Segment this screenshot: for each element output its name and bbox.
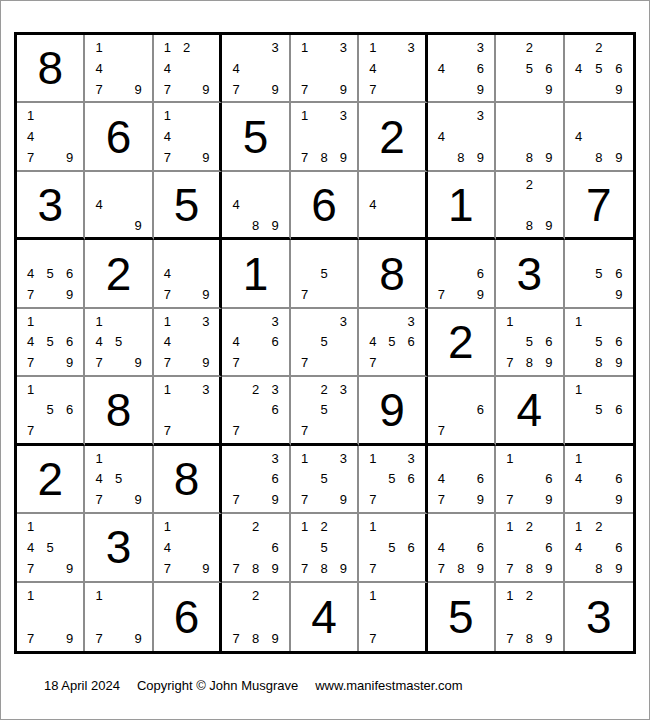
pencil-marks: 1479	[158, 105, 215, 167]
candidate-3: 3	[340, 41, 347, 54]
cell-r8c3[interactable]: 1479	[154, 514, 222, 582]
pencil-marks: 145679	[21, 311, 79, 373]
cell-r4c2[interactable]: 2	[85, 240, 153, 308]
candidate-9: 9	[545, 151, 552, 164]
pencil-marks: 1679	[500, 448, 558, 510]
footer-website: www.manifestmaster.com	[315, 678, 462, 693]
candidate-9: 9	[545, 83, 552, 96]
candidate-7: 7	[232, 356, 239, 369]
candidate-2: 2	[252, 520, 259, 533]
cell-r3c3[interactable]: 5	[154, 172, 222, 240]
cell-r4c6[interactable]: 8	[359, 240, 427, 308]
candidate-9: 9	[477, 83, 484, 96]
cell-r6c8[interactable]: 4	[496, 377, 564, 445]
cell-r9c1[interactable]: 179	[17, 583, 85, 651]
cell-r7c3[interactable]: 8	[154, 446, 222, 514]
candidate-9: 9	[477, 151, 484, 164]
candidate-7: 7	[27, 424, 34, 437]
cell-r8c4[interactable]: 26789	[222, 514, 290, 582]
cell-r2c8[interactable]: 89	[496, 103, 564, 171]
cell-r3c8[interactable]: 289	[496, 172, 564, 240]
pencil-marks: 14579	[89, 311, 147, 373]
candidate-4: 4	[164, 335, 171, 348]
cell-r5c3[interactable]: 13479	[154, 309, 222, 377]
candidate-4: 4	[27, 541, 34, 554]
candidate-6: 6	[615, 267, 622, 280]
candidate-1: 1	[506, 315, 513, 328]
candidate-2: 2	[320, 520, 327, 533]
candidate-7: 7	[369, 83, 376, 96]
cell-r5c8[interactable]: 156789	[496, 309, 564, 377]
candidate-8: 8	[595, 562, 602, 575]
candidate-3: 3	[202, 315, 209, 328]
candidate-9: 9	[66, 288, 73, 301]
candidate-4: 4	[27, 130, 34, 143]
cell-value: 4	[291, 583, 357, 651]
candidate-4: 4	[575, 472, 582, 485]
pencil-marks: 126789	[500, 516, 558, 578]
cell-r6c1[interactable]: 1567	[17, 377, 85, 445]
candidate-9: 9	[135, 356, 142, 369]
candidate-6: 6	[477, 541, 484, 554]
candidate-6: 6	[477, 472, 484, 485]
pencil-marks: 357	[295, 311, 353, 373]
cell-r9c8[interactable]: 12789	[496, 583, 564, 651]
candidate-2: 2	[252, 589, 259, 602]
candidate-9: 9	[545, 632, 552, 645]
candidate-6: 6	[66, 403, 73, 416]
cell-value: 2	[428, 309, 494, 375]
cell-r4c9[interactable]: 569	[565, 240, 633, 308]
candidate-5: 5	[115, 335, 122, 348]
pencil-marks: 89	[500, 105, 558, 167]
cell-r9c5[interactable]: 4	[291, 583, 359, 651]
cell-r9c2[interactable]: 179	[85, 583, 153, 651]
cell-r2c4[interactable]: 5	[222, 103, 290, 171]
candidate-7: 7	[232, 83, 239, 96]
pencil-marks: 156789	[500, 311, 558, 373]
cell-value: 4	[496, 377, 562, 442]
candidate-4: 4	[96, 335, 103, 348]
candidate-8: 8	[252, 562, 259, 575]
cell-r3c9[interactable]: 7	[565, 172, 633, 240]
candidate-7: 7	[27, 151, 34, 164]
cell-r9c6[interactable]: 17	[359, 583, 427, 651]
candidate-9: 9	[271, 562, 278, 575]
pencil-marks: 3679	[226, 448, 284, 510]
candidate-4: 4	[164, 267, 171, 280]
candidate-1: 1	[575, 520, 582, 533]
candidate-3: 3	[340, 452, 347, 465]
candidate-1: 1	[96, 589, 103, 602]
cell-r2c5[interactable]: 13789	[291, 103, 359, 171]
candidate-1: 1	[575, 452, 582, 465]
cell-r4c8[interactable]: 3	[496, 240, 564, 308]
pencil-marks: 26789	[226, 516, 284, 578]
pencil-marks: 2367	[226, 379, 284, 440]
cell-r1c7[interactable]: 3469	[428, 35, 496, 103]
cell-value: 3	[565, 583, 633, 651]
cell-r4c5[interactable]: 57	[291, 240, 359, 308]
candidate-4: 4	[438, 472, 445, 485]
candidate-5: 5	[388, 472, 395, 485]
cell-value: 5	[428, 583, 494, 651]
candidate-7: 7	[27, 356, 34, 369]
candidate-3: 3	[407, 41, 414, 54]
candidate-9: 9	[477, 493, 484, 506]
candidate-8: 8	[526, 356, 533, 369]
cell-r7c5[interactable]: 13579	[291, 446, 359, 514]
pencil-marks: 12789	[500, 585, 558, 649]
candidate-4: 4	[164, 62, 171, 75]
candidate-8: 8	[526, 219, 533, 232]
candidate-9: 9	[66, 632, 73, 645]
candidate-3: 3	[202, 383, 209, 396]
pencil-marks: 1469	[569, 448, 629, 510]
candidate-4: 4	[232, 198, 239, 211]
cell-r8c2[interactable]: 3	[85, 514, 153, 582]
candidate-9: 9	[545, 562, 552, 575]
pencil-marks: 34567	[363, 311, 420, 373]
candidate-6: 6	[477, 403, 484, 416]
candidate-5: 5	[388, 335, 395, 348]
cell-r3c5[interactable]: 6	[291, 172, 359, 240]
cell-value: 5	[154, 172, 219, 237]
candidate-8: 8	[595, 356, 602, 369]
cell-r9c7[interactable]: 5	[428, 583, 496, 651]
candidate-7: 7	[301, 493, 308, 506]
candidate-9: 9	[477, 562, 484, 575]
cell-r6c9[interactable]: 156	[565, 377, 633, 445]
pencil-marks: 125789	[295, 516, 353, 578]
cell-value: 2	[85, 240, 151, 306]
cell-r6c5[interactable]: 2357	[291, 377, 359, 445]
cell-r3c4[interactable]: 489	[222, 172, 290, 240]
cell-r8c1[interactable]: 14579	[17, 514, 85, 582]
pencil-marks: 14579	[21, 516, 79, 578]
pencil-marks: 179	[21, 585, 79, 649]
candidate-6: 6	[545, 62, 552, 75]
cell-r3c6[interactable]: 4	[359, 172, 427, 240]
cell-r7c2[interactable]: 14579	[85, 446, 153, 514]
candidate-7: 7	[301, 424, 308, 437]
candidate-9: 9	[340, 493, 347, 506]
candidate-5: 5	[47, 541, 54, 554]
cell-r5c6[interactable]: 34567	[359, 309, 427, 377]
cell-value: 5	[222, 103, 288, 169]
candidate-8: 8	[457, 562, 464, 575]
candidate-5: 5	[47, 403, 54, 416]
cell-value: 8	[359, 240, 424, 306]
candidate-4: 4	[96, 198, 103, 211]
candidate-4: 4	[369, 198, 376, 211]
candidate-5: 5	[526, 335, 533, 348]
pencil-marks: 3467	[226, 311, 284, 373]
candidate-7: 7	[301, 288, 308, 301]
cell-r4c7[interactable]: 679	[428, 240, 496, 308]
cell-value: 7	[565, 172, 633, 237]
candidate-4: 4	[575, 541, 582, 554]
candidate-5: 5	[526, 62, 533, 75]
candidate-4: 4	[438, 541, 445, 554]
cell-r7c4[interactable]: 3679	[222, 446, 290, 514]
cell-value: 8	[154, 446, 219, 512]
candidate-6: 6	[271, 541, 278, 554]
pencil-marks: 3489	[432, 105, 490, 167]
cell-r7c9[interactable]: 1469	[565, 446, 633, 514]
cell-r6c2[interactable]: 8	[85, 377, 153, 445]
pencil-marks: 17	[363, 585, 420, 649]
candidate-6: 6	[615, 541, 622, 554]
candidate-4: 4	[369, 335, 376, 348]
candidate-7: 7	[27, 288, 34, 301]
candidate-7: 7	[96, 493, 103, 506]
candidate-1: 1	[27, 589, 34, 602]
pencil-marks: 13789	[295, 105, 353, 167]
cell-r5c1[interactable]: 145679	[17, 309, 85, 377]
candidate-7: 7	[369, 356, 376, 369]
candidate-4: 4	[438, 130, 445, 143]
candidate-1: 1	[96, 315, 103, 328]
pencil-marks: 2789	[226, 585, 284, 649]
cell-r5c4[interactable]: 3467	[222, 309, 290, 377]
candidate-7: 7	[438, 562, 445, 575]
cell-r8c5[interactable]: 125789	[291, 514, 359, 582]
pencil-marks: 1479	[89, 37, 147, 99]
cell-r3c2[interactable]: 49	[85, 172, 153, 240]
pencil-marks: 67	[432, 379, 490, 440]
candidate-9: 9	[66, 562, 73, 575]
candidate-6: 6	[615, 335, 622, 348]
pencil-marks: 1567	[21, 379, 79, 440]
cell-value: 6	[291, 172, 357, 237]
cell-value: 8	[85, 377, 151, 442]
cell-r1c8[interactable]: 2569	[496, 35, 564, 103]
candidate-9: 9	[340, 83, 347, 96]
pencil-marks: 13567	[363, 448, 420, 510]
candidate-1: 1	[27, 315, 34, 328]
candidate-5: 5	[595, 403, 602, 416]
pencil-marks: 15689	[569, 311, 629, 373]
candidate-8: 8	[526, 632, 533, 645]
pencil-marks: 1347	[363, 37, 420, 99]
cell-r1c6[interactable]: 1347	[359, 35, 427, 103]
candidate-8: 8	[252, 632, 259, 645]
pencil-marks: 13579	[295, 448, 353, 510]
candidate-5: 5	[320, 403, 327, 416]
candidate-2: 2	[252, 383, 259, 396]
pencil-marks: 1479	[21, 105, 79, 167]
cell-r2c2[interactable]: 6	[85, 103, 153, 171]
candidate-2: 2	[183, 41, 190, 54]
candidate-1: 1	[506, 589, 513, 602]
candidate-3: 3	[477, 41, 484, 54]
candidate-1: 1	[301, 41, 308, 54]
candidate-4: 4	[232, 335, 239, 348]
cell-r1c5[interactable]: 1379	[291, 35, 359, 103]
cell-r2c7[interactable]: 3489	[428, 103, 496, 171]
cell-r1c4[interactable]: 3479	[222, 35, 290, 103]
candidate-6: 6	[271, 403, 278, 416]
candidate-7: 7	[369, 632, 376, 645]
candidate-6: 6	[66, 335, 73, 348]
candidate-9: 9	[615, 562, 622, 575]
pencil-marks: 2569	[500, 37, 558, 99]
footer-copyright: Copyright © John Musgrave	[137, 678, 298, 693]
candidate-7: 7	[164, 83, 171, 96]
cell-r1c2[interactable]: 1479	[85, 35, 153, 103]
candidate-8: 8	[526, 562, 533, 575]
candidate-9: 9	[202, 151, 209, 164]
pencil-marks: 489	[226, 174, 284, 235]
cell-r3c1[interactable]: 3	[17, 172, 85, 240]
cell-r2c1[interactable]: 1479	[17, 103, 85, 171]
cell-r3c7[interactable]: 1	[428, 172, 496, 240]
candidate-5: 5	[115, 472, 122, 485]
candidate-1: 1	[506, 520, 513, 533]
candidate-6: 6	[477, 62, 484, 75]
candidate-7: 7	[506, 356, 513, 369]
candidate-7: 7	[96, 83, 103, 96]
candidate-2: 2	[595, 520, 602, 533]
candidate-6: 6	[615, 403, 622, 416]
pencil-marks: 12479	[158, 37, 215, 99]
candidate-6: 6	[271, 472, 278, 485]
candidate-6: 6	[66, 267, 73, 280]
cell-r6c3[interactable]: 137	[154, 377, 222, 445]
cell-value: 8	[17, 35, 83, 101]
cell-r6c6[interactable]: 9	[359, 377, 427, 445]
candidate-1: 1	[369, 41, 376, 54]
candidate-9: 9	[271, 83, 278, 96]
pencil-marks: 1479	[158, 516, 215, 578]
cell-r9c4[interactable]: 2789	[222, 583, 290, 651]
cell-r8c8[interactable]: 126789	[496, 514, 564, 582]
cell-value: 2	[359, 103, 424, 169]
cell-r9c3[interactable]: 6	[154, 583, 222, 651]
candidate-9: 9	[477, 288, 484, 301]
pencil-marks: 679	[432, 242, 490, 304]
candidate-6: 6	[615, 62, 622, 75]
candidate-5: 5	[388, 541, 395, 554]
cell-r5c7[interactable]: 2	[428, 309, 496, 377]
cell-r2c9[interactable]: 489	[565, 103, 633, 171]
pencil-marks: 24569	[569, 37, 629, 99]
candidate-7: 7	[164, 356, 171, 369]
candidate-6: 6	[545, 541, 552, 554]
candidate-7: 7	[164, 151, 171, 164]
pencil-marks: 179	[89, 585, 147, 649]
candidate-4: 4	[575, 62, 582, 75]
cell-r7c8[interactable]: 1679	[496, 446, 564, 514]
cell-r2c6[interactable]: 2	[359, 103, 427, 171]
cell-r7c1[interactable]: 2	[17, 446, 85, 514]
cell-value: 2	[17, 446, 83, 512]
candidate-2: 2	[526, 41, 533, 54]
candidate-9: 9	[202, 83, 209, 96]
cell-r6c7[interactable]: 67	[428, 377, 496, 445]
candidate-6: 6	[407, 541, 414, 554]
candidate-5: 5	[320, 472, 327, 485]
candidate-1: 1	[369, 589, 376, 602]
candidate-9: 9	[545, 493, 552, 506]
candidate-4: 4	[232, 62, 239, 75]
candidate-6: 6	[545, 335, 552, 348]
candidate-4: 4	[164, 130, 171, 143]
candidate-7: 7	[301, 356, 308, 369]
cell-r7c6[interactable]: 13567	[359, 446, 427, 514]
candidate-1: 1	[164, 315, 171, 328]
cell-r4c1[interactable]: 45679	[17, 240, 85, 308]
candidate-1: 1	[301, 520, 308, 533]
cell-r6c4[interactable]: 2367	[222, 377, 290, 445]
candidate-4: 4	[369, 62, 376, 75]
pencil-marks: 3469	[432, 37, 490, 99]
cell-r5c2[interactable]: 14579	[85, 309, 153, 377]
cell-r5c5[interactable]: 357	[291, 309, 359, 377]
pencil-marks: 14579	[89, 448, 147, 510]
pencil-marks: 124689	[569, 516, 629, 578]
pencil-marks: 156	[569, 379, 629, 440]
pencil-marks: 46789	[432, 516, 490, 578]
candidate-7: 7	[232, 424, 239, 437]
cell-r1c9[interactable]: 24569	[565, 35, 633, 103]
cell-r4c3[interactable]: 479	[154, 240, 222, 308]
candidate-7: 7	[301, 562, 308, 575]
cell-r8c9[interactable]: 124689	[565, 514, 633, 582]
candidate-5: 5	[595, 267, 602, 280]
cell-value: 3	[85, 514, 151, 580]
candidate-3: 3	[407, 452, 414, 465]
candidate-9: 9	[340, 562, 347, 575]
candidate-9: 9	[135, 83, 142, 96]
candidate-9: 9	[615, 151, 622, 164]
candidate-3: 3	[271, 315, 278, 328]
candidate-1: 1	[96, 41, 103, 54]
cell-value: 1	[222, 240, 288, 306]
cell-r8c7[interactable]: 46789	[428, 514, 496, 582]
cell-r1c3[interactable]: 12479	[154, 35, 222, 103]
candidate-2: 2	[595, 41, 602, 54]
candidate-3: 3	[477, 109, 484, 122]
cell-r2c3[interactable]: 1479	[154, 103, 222, 171]
pencil-marks: 4	[363, 174, 420, 235]
candidate-8: 8	[457, 151, 464, 164]
candidate-1: 1	[301, 452, 308, 465]
candidate-7: 7	[164, 424, 171, 437]
candidate-8: 8	[595, 151, 602, 164]
pencil-marks: 4679	[432, 448, 490, 510]
cell-r8c6[interactable]: 1567	[359, 514, 427, 582]
candidate-4: 4	[96, 62, 103, 75]
candidate-2: 2	[526, 589, 533, 602]
cell-r7c7[interactable]: 4679	[428, 446, 496, 514]
candidate-1: 1	[164, 520, 171, 533]
candidate-9: 9	[615, 356, 622, 369]
candidate-7: 7	[301, 151, 308, 164]
cell-r4c4[interactable]: 1	[222, 240, 290, 308]
candidate-1: 1	[301, 109, 308, 122]
cell-r5c9[interactable]: 15689	[565, 309, 633, 377]
cell-value: 1	[428, 172, 494, 237]
candidate-7: 7	[27, 562, 34, 575]
pencil-marks: 1379	[295, 37, 353, 99]
candidate-5: 5	[320, 335, 327, 348]
cell-r1c1[interactable]: 8	[17, 35, 85, 103]
cell-r9c9[interactable]: 3	[565, 583, 633, 651]
candidate-1: 1	[164, 109, 171, 122]
candidate-9: 9	[202, 562, 209, 575]
